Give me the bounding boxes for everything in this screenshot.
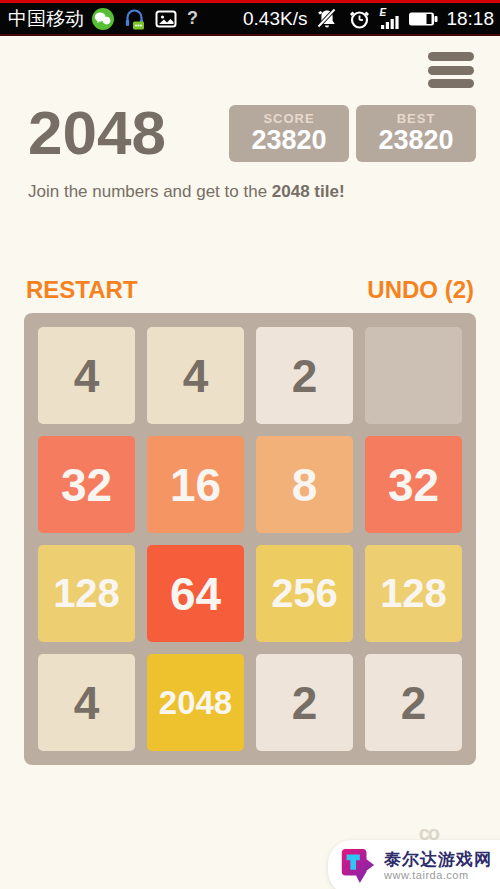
- restart-button[interactable]: RESTART: [26, 276, 138, 304]
- score-box: SCORE 23820: [229, 105, 349, 162]
- tile-r2c4: 32: [365, 436, 462, 533]
- tairda-logo-icon: [338, 847, 376, 885]
- tile-r3c3: 256: [256, 545, 353, 642]
- mute-bell-icon: [314, 6, 340, 32]
- unknown-network-icon: ?: [186, 8, 199, 29]
- tile-r4c2: 2048: [147, 654, 244, 751]
- clock-time: 18:18: [446, 8, 494, 30]
- headset-chat-icon: [122, 6, 147, 31]
- tile-r1c4: [365, 327, 462, 424]
- tile-r1c2: 4: [147, 327, 244, 424]
- tile-r3c2: 64: [147, 545, 244, 642]
- tile-r2c2: 16: [147, 436, 244, 533]
- menu-bar-icon: [428, 52, 474, 61]
- watermark-site-url: www.tairda.com: [384, 869, 492, 881]
- tile-r4c1: 4: [38, 654, 135, 751]
- tile-r2c3: 8: [256, 436, 353, 533]
- alarm-clock-icon: [347, 6, 372, 32]
- tile-r1c3: 2: [256, 327, 353, 424]
- wechat-icon: [91, 7, 115, 31]
- undo-button[interactable]: UNDO (2): [367, 276, 474, 304]
- game-instructions: Join the numbers and get to the 2048 til…: [28, 182, 476, 202]
- tile-r4c3: 2: [256, 654, 353, 751]
- best-value: 23820: [378, 126, 453, 156]
- status-bar: 中国移动 ? 0.43K/s: [0, 0, 500, 36]
- network-speed: 0.43K/s: [243, 8, 307, 30]
- site-watermark: 泰尔达游戏网 www.tairda.com: [328, 840, 500, 889]
- best-label: BEST: [397, 111, 436, 126]
- tile-r1c1: 4: [38, 327, 135, 424]
- menu-bar-icon: [428, 66, 474, 75]
- menu-button[interactable]: [428, 52, 474, 88]
- tile-r4c4: 2: [365, 654, 462, 751]
- tile-r3c1: 128: [38, 545, 135, 642]
- best-box: BEST 23820: [356, 105, 476, 162]
- game-board[interactable]: 4 4 2 32 16 8 32 128 64 256 128 4 2048 2…: [24, 313, 476, 765]
- tile-r2c1: 32: [38, 436, 135, 533]
- watermark-site-name: 泰尔达游戏网: [384, 851, 492, 870]
- menu-bar-icon: [428, 79, 474, 88]
- tile-r3c4: 128: [365, 545, 462, 642]
- carrier-label: 中国移动: [8, 6, 84, 32]
- signal-strength-icon: E: [379, 6, 401, 32]
- battery-icon: [408, 9, 439, 29]
- screenshot-gallery-icon: [154, 8, 179, 30]
- page-title: 2048: [28, 102, 166, 164]
- score-label: SCORE: [263, 111, 314, 126]
- game-page: 2048 SCORE 23820 BEST 23820 Join the num…: [0, 52, 500, 765]
- score-value: 23820: [251, 126, 326, 156]
